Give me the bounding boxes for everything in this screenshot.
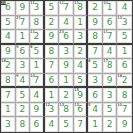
cell-r6c8[interactable]: 9 bbox=[103, 74, 118, 89]
cell-digit: 5 bbox=[16, 88, 30, 102]
cell-r2c6[interactable]: 1 bbox=[74, 16, 89, 31]
cell-digit: 5 bbox=[45, 1, 59, 15]
cell-r7c2[interactable]: 5 bbox=[16, 88, 31, 103]
cell-digit: 3 bbox=[59, 45, 73, 59]
cage-sum-label: 12 bbox=[45, 103, 50, 107]
cell-r1c9[interactable]: 4 bbox=[117, 1, 132, 16]
cell-digit: 7 bbox=[1, 88, 15, 102]
cell-digit: 5 bbox=[117, 30, 132, 43]
cell-digit: 9 bbox=[103, 74, 117, 87]
cage-sum-label: 18 bbox=[117, 74, 122, 78]
killer-sudoku-board: 2069113511711821014521782419613341112923… bbox=[0, 0, 133, 133]
cage-sum-label: 5 bbox=[88, 103, 91, 107]
cell-digit: 2 bbox=[16, 103, 30, 117]
cell-r5c8[interactable]: 178 bbox=[103, 59, 118, 74]
cell-r5c2[interactable]: 3 bbox=[16, 59, 31, 74]
cell-r9c4[interactable]: 4 bbox=[45, 117, 60, 132]
cell-digit: 1 bbox=[45, 88, 59, 102]
cell-digit: 8 bbox=[117, 88, 132, 102]
cell-r9c3[interactable]: 6 bbox=[30, 117, 45, 132]
cage-sum-label: 13 bbox=[117, 16, 122, 20]
cell-r7c7[interactable]: 6 bbox=[88, 88, 103, 103]
cell-digit: 7 bbox=[88, 45, 102, 59]
cell-r2c1[interactable]: 5 bbox=[1, 16, 16, 31]
cell-r3c1[interactable]: 4 bbox=[1, 30, 16, 45]
cell-r8c5[interactable]: 138 bbox=[59, 103, 74, 118]
cell-digit: 2 bbox=[45, 16, 59, 30]
cage-sum-label: 11 bbox=[59, 1, 64, 5]
cell-digit: 7 bbox=[45, 59, 59, 73]
cell-digit: 4 bbox=[117, 1, 132, 15]
cell-r5c7[interactable]: 85 bbox=[88, 59, 103, 74]
cell-r9c9[interactable]: 9 bbox=[117, 117, 132, 132]
cell-r2c2[interactable]: 217 bbox=[16, 16, 31, 31]
cage-sum-label: 23 bbox=[59, 30, 64, 34]
cell-digit: 1 bbox=[59, 74, 73, 87]
cell-r4c4[interactable]: 8 bbox=[45, 45, 60, 60]
cell-r8c9[interactable]: 107 bbox=[117, 103, 132, 118]
cell-digit: 3 bbox=[103, 88, 117, 102]
cage-sum-label: 8 bbox=[88, 59, 91, 63]
cell-digit: 1 bbox=[30, 59, 43, 73]
cell-r3c7[interactable]: 8 bbox=[88, 30, 103, 45]
cage-sum-label: 11 bbox=[103, 30, 108, 34]
cell-digit: 2 bbox=[74, 45, 87, 59]
cell-digit: 9 bbox=[59, 59, 73, 73]
cage-sum-label: 11 bbox=[30, 30, 35, 34]
cell-digit: 1 bbox=[16, 30, 30, 43]
cell-r7c3[interactable]: 4 bbox=[30, 88, 45, 103]
cell-r1c1[interactable]: 206 bbox=[1, 1, 16, 16]
cell-r7c9[interactable]: 8 bbox=[117, 88, 132, 103]
cell-digit: 8 bbox=[88, 30, 102, 43]
cell-digit: 5 bbox=[74, 74, 87, 87]
cell-r3c3[interactable]: 112 bbox=[30, 30, 45, 45]
cell-digit: 9 bbox=[88, 16, 102, 30]
cage-sum-label: 13 bbox=[59, 103, 64, 107]
cell-digit: 8 bbox=[30, 16, 43, 30]
cage-sum-label: 10 bbox=[30, 74, 35, 78]
cell-digit: 6 bbox=[117, 59, 132, 73]
cell-digit: 8 bbox=[1, 74, 15, 87]
cell-digit: 4 bbox=[45, 117, 59, 132]
cell-r9c8[interactable]: 2 bbox=[103, 117, 118, 132]
cell-r1c2[interactable]: 9 bbox=[16, 1, 31, 16]
cell-r3c9[interactable]: 5 bbox=[117, 30, 132, 45]
cage-sum-label: 13 bbox=[74, 103, 79, 107]
cell-digit: 1 bbox=[1, 103, 15, 117]
cell-digit: 3 bbox=[1, 117, 15, 132]
cell-r6c5[interactable]: 1 bbox=[59, 74, 74, 89]
cell-digit: 5 bbox=[59, 117, 73, 132]
cell-digit: 8 bbox=[16, 117, 30, 132]
cell-r4c1[interactable]: 9 bbox=[1, 45, 16, 60]
cell-r1c5[interactable]: 117 bbox=[59, 1, 74, 16]
cell-digit: 5 bbox=[103, 103, 117, 117]
cell-digit: 3 bbox=[16, 59, 30, 73]
cage-sum-label: 15 bbox=[74, 88, 79, 92]
cell-r6c7[interactable]: 3 bbox=[88, 74, 103, 89]
cell-r1c7[interactable]: 2 bbox=[88, 1, 103, 16]
cell-r6c3[interactable]: 107 bbox=[30, 74, 45, 89]
cell-r2c9[interactable]: 133 bbox=[117, 16, 132, 31]
cell-digit: 9 bbox=[16, 1, 30, 15]
cell-r6c6[interactable]: 5 bbox=[74, 74, 89, 89]
cell-r4c3[interactable]: 85 bbox=[30, 45, 45, 60]
cell-digit: 9 bbox=[45, 30, 59, 43]
cell-digit: 4 bbox=[30, 88, 43, 102]
cell-r5c4[interactable]: 7 bbox=[45, 59, 60, 74]
cell-r5c5[interactable]: 9 bbox=[59, 59, 74, 74]
cell-r8c2[interactable]: 2 bbox=[16, 103, 31, 118]
cell-digit: 3 bbox=[74, 30, 87, 43]
cell-r2c8[interactable]: 6 bbox=[103, 16, 118, 31]
cell-r4c7[interactable]: 7 bbox=[88, 45, 103, 60]
cell-r5c9[interactable]: 6 bbox=[117, 59, 132, 74]
cell-digit: 8 bbox=[45, 45, 59, 59]
cell-digit: 1 bbox=[74, 16, 87, 30]
cell-r6c4[interactable]: 6 bbox=[45, 74, 60, 89]
cell-r1c4[interactable]: 5 bbox=[45, 1, 60, 16]
cell-r6c2[interactable]: 94 bbox=[16, 74, 31, 89]
cell-digit: 6 bbox=[45, 74, 59, 87]
cell-digit: 4 bbox=[74, 59, 87, 73]
cell-r3c5[interactable]: 236 bbox=[59, 30, 74, 45]
cell-digit: 2 bbox=[103, 117, 117, 132]
cell-r8c1[interactable]: 1 bbox=[1, 103, 16, 118]
cell-r9c2[interactable]: 8 bbox=[16, 117, 31, 132]
cell-r9c1[interactable]: 3 bbox=[1, 117, 16, 132]
cell-r2c3[interactable]: 8 bbox=[30, 16, 45, 31]
cage-sum-label: 9 bbox=[16, 74, 19, 78]
cell-digit: 4 bbox=[59, 16, 73, 30]
cell-digit: 6 bbox=[88, 88, 102, 102]
cell-r3c2[interactable]: 1 bbox=[16, 30, 31, 45]
cell-r3c4[interactable]: 9 bbox=[45, 30, 60, 45]
cell-digit: 9 bbox=[1, 45, 15, 59]
cell-r9c5[interactable]: 5 bbox=[59, 117, 74, 132]
cell-r4c2[interactable]: 96 bbox=[16, 45, 31, 60]
cage-sum-label: 11 bbox=[30, 1, 35, 5]
cell-r2c7[interactable]: 9 bbox=[88, 16, 103, 31]
cell-r7c8[interactable]: 3 bbox=[103, 88, 118, 103]
cage-sum-label: 20 bbox=[1, 1, 6, 5]
cell-r6c1[interactable]: 8 bbox=[1, 74, 16, 89]
cell-digit: 5 bbox=[1, 16, 15, 30]
cell-digit: 7 bbox=[74, 117, 87, 132]
cell-r9c6[interactable]: 7 bbox=[74, 117, 89, 132]
cell-digit: 9 bbox=[30, 103, 43, 117]
cage-sum-label: 21 bbox=[16, 16, 21, 20]
cage-sum-label: 9 bbox=[16, 45, 19, 49]
cell-r9c7[interactable]: 1 bbox=[88, 117, 103, 132]
cell-r7c4[interactable]: 1 bbox=[45, 88, 60, 103]
cell-digit: 3 bbox=[88, 74, 102, 87]
cell-digit: 1 bbox=[117, 45, 132, 59]
cell-r1c3[interactable]: 113 bbox=[30, 1, 45, 16]
cage-sum-label: 11 bbox=[74, 1, 79, 5]
cell-r1c8[interactable]: 101 bbox=[103, 1, 118, 16]
cell-digit: 2 bbox=[88, 1, 102, 15]
cell-digit: 9 bbox=[117, 117, 132, 132]
cell-digit: 6 bbox=[30, 117, 43, 132]
cell-r1c6[interactable]: 118 bbox=[74, 1, 89, 16]
cage-sum-label: 10 bbox=[103, 1, 108, 5]
cell-r4c8[interactable]: 4 bbox=[103, 45, 118, 60]
cell-digit: 6 bbox=[103, 16, 117, 30]
cell-r6c9[interactable]: 182 bbox=[117, 74, 132, 89]
cage-sum-label: 10 bbox=[117, 103, 122, 107]
cell-r8c8[interactable]: 5 bbox=[103, 103, 118, 118]
cell-r3c8[interactable]: 117 bbox=[103, 30, 118, 45]
cell-digit: 2 bbox=[59, 88, 73, 102]
cell-r5c3[interactable]: 1 bbox=[30, 59, 45, 74]
cell-r8c6[interactable]: 136 bbox=[74, 103, 89, 118]
cell-r8c4[interactable]: 123 bbox=[45, 103, 60, 118]
cell-digit: 1 bbox=[88, 117, 102, 132]
cell-r3c6[interactable]: 3 bbox=[74, 30, 89, 45]
cell-r8c3[interactable]: 9 bbox=[30, 103, 45, 118]
cell-digit: 4 bbox=[103, 45, 117, 59]
cell-r7c5[interactable]: 2 bbox=[59, 88, 74, 103]
cell-r4c9[interactable]: 1 bbox=[117, 45, 132, 60]
cell-r8c7[interactable]: 54 bbox=[88, 103, 103, 118]
cell-r5c6[interactable]: 4 bbox=[74, 59, 89, 74]
cell-r2c5[interactable]: 4 bbox=[59, 16, 74, 31]
cell-r7c6[interactable]: 159 bbox=[74, 88, 89, 103]
cell-r2c4[interactable]: 2 bbox=[45, 16, 60, 31]
cell-r4c6[interactable]: 2 bbox=[74, 45, 89, 60]
cage-sum-label: 8 bbox=[30, 45, 33, 49]
cell-r7c1[interactable]: 7 bbox=[1, 88, 16, 103]
cage-sum-label: 18 bbox=[1, 59, 6, 63]
cell-r5c1[interactable]: 182 bbox=[1, 59, 16, 74]
cell-digit: 4 bbox=[1, 30, 15, 43]
cage-sum-label: 17 bbox=[103, 59, 108, 63]
cell-r4c5[interactable]: 3 bbox=[59, 45, 74, 60]
